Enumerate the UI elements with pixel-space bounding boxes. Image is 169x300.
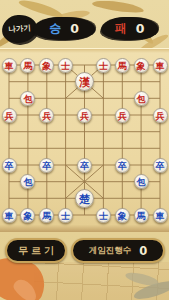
piece-cho-cannon[interactable]: 包 xyxy=(134,174,149,189)
move-count-value: 0 xyxy=(139,244,147,258)
piece-han-guard[interactable]: 士 xyxy=(96,58,111,73)
piece-glyph: 馬 xyxy=(118,61,127,70)
piece-han-chariot[interactable]: 車 xyxy=(2,58,17,73)
piece-glyph: 兵 xyxy=(42,111,51,120)
piece-han-soldier[interactable]: 兵 xyxy=(39,108,54,123)
piece-han-horse[interactable]: 馬 xyxy=(20,58,35,73)
piece-glyph: 象 xyxy=(118,211,127,220)
piece-han-soldier[interactable]: 兵 xyxy=(77,108,92,123)
piece-han-elephant[interactable]: 象 xyxy=(134,58,149,73)
piece-han-soldier[interactable]: 兵 xyxy=(153,108,168,123)
piece-cho-elephant[interactable]: 象 xyxy=(20,208,35,223)
piece-glyph: 馬 xyxy=(137,211,146,220)
piece-cho-soldier[interactable]: 卒 xyxy=(153,158,168,173)
piece-glyph: 車 xyxy=(156,61,165,70)
piece-cho-soldier[interactable]: 卒 xyxy=(2,158,17,173)
move-count-label: 게임진행수 xyxy=(89,245,132,257)
piece-glyph: 包 xyxy=(23,178,32,187)
janggi-app-screen: 나가기 승 0 패 0 xyxy=(0,0,169,300)
piece-cho-chariot[interactable]: 車 xyxy=(2,208,17,223)
move-counter: 게임진행수 0 xyxy=(71,238,165,263)
piece-han-soldier[interactable]: 兵 xyxy=(2,108,17,123)
piece-glyph: 象 xyxy=(137,61,146,70)
piece-glyph: 卒 xyxy=(156,161,165,170)
piece-cho-guard[interactable]: 士 xyxy=(58,208,73,223)
piece-glyph: 馬 xyxy=(42,211,51,220)
piece-glyph: 兵 xyxy=(80,111,89,120)
piece-cho-chariot[interactable]: 車 xyxy=(153,208,168,223)
piece-glyph: 馬 xyxy=(23,61,32,70)
piece-cho-horse[interactable]: 馬 xyxy=(39,208,54,223)
piece-glyph: 卒 xyxy=(42,161,51,170)
piece-glyph: 包 xyxy=(137,94,146,103)
piece-han-chariot[interactable]: 車 xyxy=(153,58,168,73)
piece-glyph: 士 xyxy=(61,211,70,220)
piece-cho-elephant[interactable]: 象 xyxy=(115,208,130,223)
loss-label: 패 xyxy=(115,20,127,37)
piece-han-horse[interactable]: 馬 xyxy=(115,58,130,73)
loss-count: 0 xyxy=(136,21,145,36)
piece-glyph: 車 xyxy=(156,211,165,220)
piece-glyph: 士 xyxy=(99,61,108,70)
undo-button[interactable]: 무르기 xyxy=(5,238,67,263)
piece-glyph: 象 xyxy=(23,211,32,220)
piece-glyph: 包 xyxy=(137,178,146,187)
piece-han-cannon[interactable]: 包 xyxy=(134,91,149,106)
piece-glyph: 象 xyxy=(42,61,51,70)
piece-cho-soldier[interactable]: 卒 xyxy=(77,158,92,173)
piece-glyph: 兵 xyxy=(5,111,14,120)
piece-han-guard[interactable]: 士 xyxy=(58,58,73,73)
piece-glyph: 車 xyxy=(5,61,14,70)
piece-cho-soldier[interactable]: 卒 xyxy=(115,158,130,173)
piece-glyph: 包 xyxy=(23,94,32,103)
piece-han-elephant[interactable]: 象 xyxy=(39,58,54,73)
piece-glyph: 漢 xyxy=(79,77,90,88)
piece-glyph: 卒 xyxy=(80,161,89,170)
piece-glyph: 兵 xyxy=(156,111,165,120)
piece-han-soldier[interactable]: 兵 xyxy=(115,108,130,123)
piece-cho-king[interactable]: 楚 xyxy=(75,189,94,208)
piece-cho-guard[interactable]: 士 xyxy=(96,208,111,223)
piece-cho-horse[interactable]: 馬 xyxy=(134,208,149,223)
piece-glyph: 卒 xyxy=(118,161,127,170)
janggi-board[interactable]: 車馬象士士馬象車漢包包兵兵兵兵兵卒卒卒卒卒包包楚車象馬士士象馬車 xyxy=(0,48,169,232)
piece-glyph: 車 xyxy=(5,211,14,220)
piece-glyph: 兵 xyxy=(118,111,127,120)
win-counter: 승 0 xyxy=(33,17,95,40)
bamboo-leaf-art xyxy=(92,0,145,15)
piece-glyph: 士 xyxy=(61,61,70,70)
win-count: 0 xyxy=(70,21,79,36)
piece-cho-soldier[interactable]: 卒 xyxy=(39,158,54,173)
piece-glyph: 卒 xyxy=(5,161,14,170)
piece-glyph: 士 xyxy=(99,211,108,220)
loss-counter: 패 0 xyxy=(101,17,158,40)
win-label: 승 xyxy=(49,20,61,37)
piece-glyph: 楚 xyxy=(79,193,90,204)
